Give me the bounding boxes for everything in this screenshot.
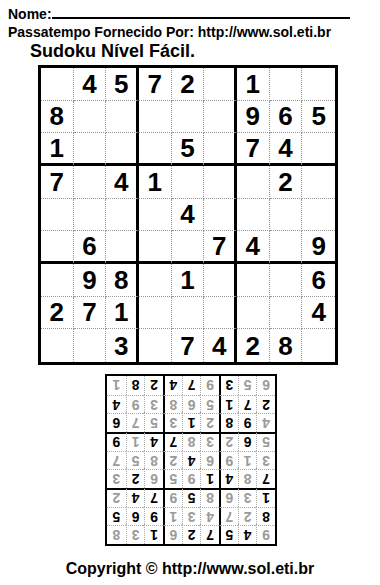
- cell-r2c8: 6: [270, 101, 303, 134]
- cell-r5c3[interactable]: [106, 199, 139, 232]
- solution-cell-r2c6: 1: [163, 507, 182, 526]
- cell-r8c2: 7: [74, 297, 107, 330]
- cell-r4c9[interactable]: [302, 166, 335, 199]
- cell-r9c4[interactable]: [139, 329, 172, 362]
- solution-cell-r4c7: 6: [144, 469, 163, 488]
- solution-cell-r3c4: 8: [200, 488, 219, 507]
- solution-board-rotated: 9457261388274319651368597427841956233196…: [105, 374, 277, 546]
- cell-r3c4[interactable]: [139, 133, 172, 166]
- solution-cell-r2c8: 6: [126, 507, 145, 526]
- cell-r4c5[interactable]: [172, 166, 205, 199]
- solution-cell-r8c4: 5: [200, 395, 219, 414]
- solution-cell-r4c6: 5: [163, 469, 182, 488]
- solution-cell-r4c2: 8: [238, 469, 257, 488]
- solution-cell-r7c2: 9: [238, 413, 257, 432]
- solution-cell-r8c8: 9: [126, 395, 145, 414]
- cell-r7c1[interactable]: [41, 264, 74, 297]
- solution-cell-r7c4: 2: [200, 413, 219, 432]
- cell-r3c2[interactable]: [74, 133, 107, 166]
- solution-cell-r6c3: 2: [219, 432, 238, 451]
- cell-r6c4[interactable]: [139, 231, 172, 264]
- solution-cell-r6c5: 8: [182, 432, 201, 451]
- solution-cell-r4c1: 7: [256, 469, 275, 488]
- cell-r6c3[interactable]: [106, 231, 139, 264]
- cell-r9c6: 4: [204, 329, 237, 362]
- solution-cell-r1c6: 6: [163, 525, 182, 544]
- cell-r2c3[interactable]: [106, 101, 139, 134]
- solution-cell-r8c9: 4: [107, 395, 126, 414]
- cell-r2c9: 5: [302, 101, 335, 134]
- cell-r3c1: 1: [41, 133, 74, 166]
- solution-cell-r9c2: 5: [238, 376, 257, 395]
- name-line: Nome:: [8, 3, 350, 22]
- cell-r5c2[interactable]: [74, 199, 107, 232]
- solution-cell-r2c1: 8: [256, 507, 275, 526]
- cell-r4c6[interactable]: [204, 166, 237, 199]
- solution-cell-r7c5: 1: [182, 413, 201, 432]
- cell-r1c9[interactable]: [302, 68, 335, 101]
- solution-cell-r9c8: 8: [126, 376, 145, 395]
- copyright: Copyright © http://www.sol.eti.br: [0, 560, 380, 578]
- cell-r3c8: 4: [270, 133, 303, 166]
- cell-r6c9: 9: [302, 231, 335, 264]
- solution-cell-r1c8: 3: [126, 525, 145, 544]
- solution-cell-r4c9: 3: [107, 469, 126, 488]
- solution-cell-r3c2: 3: [238, 488, 257, 507]
- solution-cell-r6c2: 6: [238, 432, 257, 451]
- solution-cell-r7c1: 4: [256, 413, 275, 432]
- solution-cell-r3c8: 4: [126, 488, 145, 507]
- cell-r8c8[interactable]: [270, 297, 303, 330]
- provider-line: Passatempo Fornecido Por: http://www.sol…: [8, 24, 331, 40]
- cell-r2c7: 9: [237, 101, 270, 134]
- cell-r1c3: 5: [106, 68, 139, 101]
- cell-r5c6[interactable]: [204, 199, 237, 232]
- cell-r4c4: 1: [139, 166, 172, 199]
- solution-cell-r1c9: 8: [107, 525, 126, 544]
- cell-r3c9[interactable]: [302, 133, 335, 166]
- cell-r7c8[interactable]: [270, 264, 303, 297]
- solution-cell-r3c5: 5: [182, 488, 201, 507]
- name-underline: [52, 3, 350, 19]
- cell-r3c3[interactable]: [106, 133, 139, 166]
- solution-cell-r5c3: 9: [219, 451, 238, 470]
- cell-r2c6[interactable]: [204, 101, 237, 134]
- solution-cell-r1c2: 4: [238, 525, 257, 544]
- cell-r6c7: 4: [237, 231, 270, 264]
- solution-cell-r3c3: 6: [219, 488, 238, 507]
- solution-cell-r2c5: 3: [182, 507, 201, 526]
- cell-r6c1[interactable]: [41, 231, 74, 264]
- cell-r4c7[interactable]: [237, 166, 270, 199]
- cell-r3c7: 7: [237, 133, 270, 166]
- cell-r1c4: 7: [139, 68, 172, 101]
- cell-r9c8: 8: [270, 329, 303, 362]
- cell-r6c8[interactable]: [270, 231, 303, 264]
- solution-cell-r5c6: 2: [163, 451, 182, 470]
- cell-r4c2[interactable]: [74, 166, 107, 199]
- cell-r2c1: 8: [41, 101, 74, 134]
- solution-cell-r7c8: 7: [126, 413, 145, 432]
- cell-r7c4[interactable]: [139, 264, 172, 297]
- solution-cell-r1c5: 2: [182, 525, 201, 544]
- solution-cell-r5c7: 8: [144, 451, 163, 470]
- cell-r7c2: 9: [74, 264, 107, 297]
- solution-cell-r3c7: 7: [144, 488, 163, 507]
- cell-r1c7: 1: [237, 68, 270, 101]
- solution-cell-r4c5: 9: [182, 469, 201, 488]
- solution-cell-r8c1: 2: [256, 395, 275, 414]
- cell-r9c1[interactable]: [41, 329, 74, 362]
- cell-r8c1: 2: [41, 297, 74, 330]
- cell-r7c5: 1: [172, 264, 205, 297]
- solution-cell-r3c6: 9: [163, 488, 182, 507]
- cell-r5c9[interactable]: [302, 199, 335, 232]
- solution-cell-r8c3: 1: [219, 395, 238, 414]
- cell-r6c5[interactable]: [172, 231, 205, 264]
- cell-r5c5: 4: [172, 199, 205, 232]
- cell-r3c6[interactable]: [204, 133, 237, 166]
- cell-r8c9: 4: [302, 297, 335, 330]
- solution-cell-r9c6: 4: [163, 376, 182, 395]
- solution-cell-r8c2: 7: [238, 395, 257, 414]
- cell-r8c3: 1: [106, 297, 139, 330]
- cell-r9c9[interactable]: [302, 329, 335, 362]
- cell-r6c6: 7: [204, 231, 237, 264]
- cell-r6c2: 6: [74, 231, 107, 264]
- cell-r4c1: 7: [41, 166, 74, 199]
- solution-cell-r6c1: 5: [256, 432, 275, 451]
- solution-cell-r6c8: 1: [126, 432, 145, 451]
- cell-r8c5[interactable]: [172, 297, 205, 330]
- solution-cell-r6c9: 9: [107, 432, 126, 451]
- page-title: Sudoku Nível Fácil.: [30, 41, 195, 62]
- cell-r7c3: 8: [106, 264, 139, 297]
- solution-cell-r9c9: 1: [107, 376, 126, 395]
- sudoku-board[interactable]: 45721896515747412467499816271437428: [38, 65, 338, 365]
- solution-cell-r5c1: 3: [256, 451, 275, 470]
- cell-r7c9: 6: [302, 264, 335, 297]
- cell-r4c8: 2: [270, 166, 303, 199]
- solution-cell-r5c8: 5: [126, 451, 145, 470]
- cell-r5c1[interactable]: [41, 199, 74, 232]
- cell-r4c3: 4: [106, 166, 139, 199]
- cell-r8c6[interactable]: [204, 297, 237, 330]
- solution-cell-r9c5: 7: [182, 376, 201, 395]
- solution-cell-r8c6: 8: [163, 395, 182, 414]
- solution-cell-r7c7: 5: [144, 413, 163, 432]
- cell-r8c4[interactable]: [139, 297, 172, 330]
- solution-cell-r1c1: 9: [256, 525, 275, 544]
- solution-cell-r6c4: 3: [200, 432, 219, 451]
- solution-cell-r1c7: 1: [144, 525, 163, 544]
- cell-r2c4[interactable]: [139, 101, 172, 134]
- solution-cell-r5c5: 4: [182, 451, 201, 470]
- cell-r2c2[interactable]: [74, 101, 107, 134]
- solution-cell-r4c4: 1: [200, 469, 219, 488]
- name-label: Nome:: [8, 6, 52, 22]
- cell-r9c3: 3: [106, 329, 139, 362]
- solution-cell-r3c1: 1: [256, 488, 275, 507]
- solution-cell-r5c4: 6: [200, 451, 219, 470]
- cell-r5c8[interactable]: [270, 199, 303, 232]
- cell-r1c5: 2: [172, 68, 205, 101]
- solution-cell-r5c9: 7: [107, 451, 126, 470]
- cell-r3c5: 5: [172, 133, 205, 166]
- solution-cell-r9c1: 6: [256, 376, 275, 395]
- cell-r7c6[interactable]: [204, 264, 237, 297]
- solution-cell-r9c3: 3: [219, 376, 238, 395]
- cell-r1c1[interactable]: [41, 68, 74, 101]
- cell-r8c7[interactable]: [237, 297, 270, 330]
- solution-cell-r2c3: 7: [219, 507, 238, 526]
- solution-cell-r1c3: 5: [219, 525, 238, 544]
- solution-cell-r5c2: 1: [238, 451, 257, 470]
- solution-cell-r7c6: 3: [163, 413, 182, 432]
- cell-r5c7[interactable]: [237, 199, 270, 232]
- solution-cell-r2c2: 2: [238, 507, 257, 526]
- solution-cell-r7c9: 6: [107, 413, 126, 432]
- solution-cell-r4c8: 2: [126, 469, 145, 488]
- solution-cell-r9c4: 9: [200, 376, 219, 395]
- solution-cell-r4c3: 4: [219, 469, 238, 488]
- solution-cell-r7c3: 8: [219, 413, 238, 432]
- solution-cell-r2c7: 9: [144, 507, 163, 526]
- cell-r1c6[interactable]: [204, 68, 237, 101]
- solution-cell-r8c7: 3: [144, 395, 163, 414]
- solution-cell-r8c5: 6: [182, 395, 201, 414]
- solution-cell-r6c6: 7: [163, 432, 182, 451]
- cell-r1c8[interactable]: [270, 68, 303, 101]
- cell-r7c7[interactable]: [237, 264, 270, 297]
- cell-r9c5: 7: [172, 329, 205, 362]
- cell-r1c2: 4: [74, 68, 107, 101]
- solution-cell-r2c4: 4: [200, 507, 219, 526]
- cell-r2c5[interactable]: [172, 101, 205, 134]
- solution-cell-r9c7: 2: [144, 376, 163, 395]
- cell-r9c7: 2: [237, 329, 270, 362]
- cell-r5c4[interactable]: [139, 199, 172, 232]
- solution-cell-r3c9: 2: [107, 488, 126, 507]
- cell-r9c2[interactable]: [74, 329, 107, 362]
- solution-cell-r1c4: 7: [200, 525, 219, 544]
- solution-cell-r6c7: 4: [144, 432, 163, 451]
- solution-cell-r2c9: 5: [107, 507, 126, 526]
